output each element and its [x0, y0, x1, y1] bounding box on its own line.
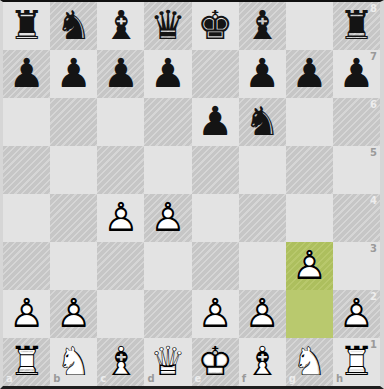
piece-black-pawn[interactable]: ♟	[239, 50, 286, 98]
piece-black-knight[interactable]: ♞	[239, 98, 286, 146]
square-d8[interactable]: ♛	[144, 2, 191, 50]
square-f3[interactable]	[239, 242, 286, 290]
square-e1[interactable]: ♚♔e	[192, 338, 239, 386]
white-pawn-outline-glyph: ♙	[97, 194, 144, 242]
black-king-glyph: ♚	[192, 2, 239, 50]
square-e6[interactable]: ♟	[192, 98, 239, 146]
black-rook-glyph: ♜	[3, 2, 50, 50]
white-pawn-outline-glyph: ♙	[192, 290, 239, 338]
square-b6[interactable]	[50, 98, 97, 146]
piece-white-pawn[interactable]: ♟♙	[50, 290, 97, 338]
black-knight-glyph: ♞	[239, 98, 286, 146]
piece-black-bishop[interactable]: ♝	[97, 2, 144, 50]
square-a6[interactable]	[3, 98, 50, 146]
square-h8[interactable]: ♜8	[333, 2, 380, 50]
square-h4[interactable]: 4	[333, 194, 380, 242]
piece-white-bishop[interactable]: ♝♗	[97, 338, 144, 386]
square-c5[interactable]	[97, 146, 144, 194]
piece-black-king[interactable]: ♚	[192, 2, 239, 50]
piece-white-bishop[interactable]: ♝♗	[239, 338, 286, 386]
piece-white-rook[interactable]: ♜♖	[333, 338, 380, 386]
rank-label-3: 3	[370, 244, 377, 254]
square-d7[interactable]: ♟	[144, 50, 191, 98]
square-a3[interactable]	[3, 242, 50, 290]
square-e2[interactable]: ♟♙	[192, 290, 239, 338]
square-c3[interactable]	[97, 242, 144, 290]
square-g6[interactable]	[286, 98, 333, 146]
square-g7[interactable]: ♟	[286, 50, 333, 98]
black-pawn-glyph: ♟	[50, 50, 97, 98]
white-bishop-outline-glyph: ♗	[239, 338, 286, 386]
square-a2[interactable]: ♟♙	[3, 290, 50, 338]
square-e3[interactable]	[192, 242, 239, 290]
black-pawn-glyph: ♟	[239, 50, 286, 98]
square-b1[interactable]: ♞♘b	[50, 338, 97, 386]
piece-black-pawn[interactable]: ♟	[3, 50, 50, 98]
white-king-outline-glyph: ♔	[192, 338, 239, 386]
square-c4[interactable]: ♟♙	[97, 194, 144, 242]
piece-black-pawn[interactable]: ♟	[192, 98, 239, 146]
square-a7[interactable]: ♟	[3, 50, 50, 98]
square-d3[interactable]	[144, 242, 191, 290]
piece-black-pawn[interactable]: ♟	[333, 50, 380, 98]
square-d4[interactable]: ♟♙	[144, 194, 191, 242]
square-d2[interactable]	[144, 290, 191, 338]
black-pawn-glyph: ♟	[333, 50, 380, 98]
black-pawn-glyph: ♟	[286, 50, 333, 98]
square-c7[interactable]: ♟	[97, 50, 144, 98]
piece-black-pawn[interactable]: ♟	[97, 50, 144, 98]
black-bishop-glyph: ♝	[97, 2, 144, 50]
piece-white-pawn[interactable]: ♟♙	[3, 290, 50, 338]
square-f7[interactable]: ♟	[239, 50, 286, 98]
square-d6[interactable]	[144, 98, 191, 146]
square-b3[interactable]	[50, 242, 97, 290]
square-c6[interactable]	[97, 98, 144, 146]
square-g1[interactable]: ♞♘g	[286, 338, 333, 386]
piece-white-pawn[interactable]: ♟♙	[286, 242, 333, 290]
black-knight-glyph: ♞	[50, 2, 97, 50]
piece-black-queen[interactable]: ♛	[144, 2, 191, 50]
piece-black-pawn[interactable]: ♟	[144, 50, 191, 98]
chess-board-frame: ♜♞♝♛♚♝♜8♟♟♟♟♟♟♟7♟♞65♟♙♟♙4♟♙3♟♙♟♙♟♙♟♙♟♙2♜…	[0, 0, 384, 389]
square-b5[interactable]	[50, 146, 97, 194]
square-d1[interactable]: ♛♕d	[144, 338, 191, 386]
square-a4[interactable]	[3, 194, 50, 242]
square-g8[interactable]	[286, 2, 333, 50]
white-knight-outline-glyph: ♘	[50, 338, 97, 386]
square-f2[interactable]: ♟♙	[239, 290, 286, 338]
piece-white-rook[interactable]: ♜♖	[3, 338, 50, 386]
square-h7[interactable]: ♟7	[333, 50, 380, 98]
black-pawn-glyph: ♟	[192, 98, 239, 146]
square-f1[interactable]: ♝♗f	[239, 338, 286, 386]
square-h2[interactable]: ♟♙2	[333, 290, 380, 338]
square-f5[interactable]	[239, 146, 286, 194]
square-c2[interactable]	[97, 290, 144, 338]
square-e8[interactable]: ♚	[192, 2, 239, 50]
white-pawn-outline-glyph: ♙	[50, 290, 97, 338]
piece-black-bishop[interactable]: ♝	[239, 2, 286, 50]
piece-black-knight[interactable]: ♞	[50, 2, 97, 50]
black-pawn-glyph: ♟	[144, 50, 191, 98]
square-b8[interactable]: ♞	[50, 2, 97, 50]
square-a5[interactable]	[3, 146, 50, 194]
square-d5[interactable]	[144, 146, 191, 194]
piece-white-pawn[interactable]: ♟♙	[144, 194, 191, 242]
piece-white-king[interactable]: ♚♔	[192, 338, 239, 386]
square-h6[interactable]: 6	[333, 98, 380, 146]
white-bishop-outline-glyph: ♗	[97, 338, 144, 386]
square-e4[interactable]	[192, 194, 239, 242]
piece-black-rook[interactable]: ♜	[333, 2, 380, 50]
black-bishop-glyph: ♝	[239, 2, 286, 50]
rank-label-5: 5	[370, 148, 377, 158]
white-pawn-outline-glyph: ♙	[3, 290, 50, 338]
white-knight-outline-glyph: ♘	[286, 338, 333, 386]
piece-white-knight[interactable]: ♞♘	[50, 338, 97, 386]
white-rook-outline-glyph: ♖	[3, 338, 50, 386]
white-rook-outline-glyph: ♖	[333, 338, 380, 386]
square-f8[interactable]: ♝	[239, 2, 286, 50]
square-a1[interactable]: ♜♖a	[3, 338, 50, 386]
piece-black-pawn[interactable]: ♟	[50, 50, 97, 98]
square-c8[interactable]: ♝	[97, 2, 144, 50]
black-pawn-glyph: ♟	[97, 50, 144, 98]
square-g4[interactable]	[286, 194, 333, 242]
square-h1[interactable]: ♜♖1h	[333, 338, 380, 386]
square-f6[interactable]: ♞	[239, 98, 286, 146]
square-c1[interactable]: ♝♗c	[97, 338, 144, 386]
piece-black-rook[interactable]: ♜	[3, 2, 50, 50]
square-b4[interactable]	[50, 194, 97, 242]
square-h3[interactable]: 3	[333, 242, 380, 290]
white-pawn-outline-glyph: ♙	[239, 290, 286, 338]
piece-white-pawn[interactable]: ♟♙	[97, 194, 144, 242]
square-f4[interactable]	[239, 194, 286, 242]
square-e7[interactable]	[192, 50, 239, 98]
square-g3[interactable]: ♟♙	[286, 242, 333, 290]
black-rook-glyph: ♜	[333, 2, 380, 50]
piece-white-knight[interactable]: ♞♘	[286, 338, 333, 386]
square-b2[interactable]: ♟♙	[50, 290, 97, 338]
square-g2[interactable]	[286, 290, 333, 338]
piece-black-pawn[interactable]: ♟	[286, 50, 333, 98]
rank-label-6: 6	[370, 100, 377, 110]
square-b7[interactable]: ♟	[50, 50, 97, 98]
black-pawn-glyph: ♟	[3, 50, 50, 98]
chess-board: ♜♞♝♛♚♝♜8♟♟♟♟♟♟♟7♟♞65♟♙♟♙4♟♙3♟♙♟♙♟♙♟♙♟♙2♜…	[3, 2, 380, 386]
square-g5[interactable]	[286, 146, 333, 194]
rank-label-4: 4	[370, 196, 377, 206]
white-pawn-outline-glyph: ♙	[286, 242, 333, 290]
square-e5[interactable]	[192, 146, 239, 194]
black-queen-glyph: ♛	[144, 2, 191, 50]
white-pawn-outline-glyph: ♙	[144, 194, 191, 242]
piece-white-queen[interactable]: ♛♕	[144, 338, 191, 386]
square-h5[interactable]: 5	[333, 146, 380, 194]
piece-white-pawn[interactable]: ♟♙	[192, 290, 239, 338]
square-a8[interactable]: ♜	[3, 2, 50, 50]
white-queen-outline-glyph: ♕	[144, 338, 191, 386]
white-pawn-outline-glyph: ♙	[333, 290, 380, 338]
piece-white-pawn[interactable]: ♟♙	[333, 290, 380, 338]
piece-white-pawn[interactable]: ♟♙	[239, 290, 286, 338]
